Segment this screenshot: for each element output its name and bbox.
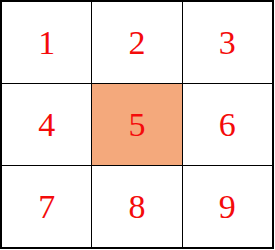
cell-number: 3	[219, 26, 236, 60]
cell-number: 1	[38, 26, 55, 60]
grid-cell-8[interactable]: 8	[92, 166, 181, 247]
grid-cell-4[interactable]: 4	[2, 84, 91, 165]
cell-number: 4	[38, 108, 55, 142]
grid-cell-9[interactable]: 9	[183, 166, 272, 247]
cell-number: 5	[128, 108, 145, 142]
cell-number: 7	[38, 190, 55, 224]
grid-cell-2[interactable]: 2	[92, 2, 181, 83]
cell-number: 2	[128, 26, 145, 60]
cell-number: 6	[219, 108, 236, 142]
grid-cell-3[interactable]: 3	[183, 2, 272, 83]
cell-number: 9	[219, 190, 236, 224]
grid-board: 1 2 3 4 5 6 7 8 9	[0, 0, 274, 249]
grid-cell-6[interactable]: 6	[183, 84, 272, 165]
grid-cell-1[interactable]: 1	[2, 2, 91, 83]
grid-cell-7[interactable]: 7	[2, 166, 91, 247]
grid-cell-5-highlighted[interactable]: 5	[92, 84, 181, 165]
cell-number: 8	[128, 190, 145, 224]
